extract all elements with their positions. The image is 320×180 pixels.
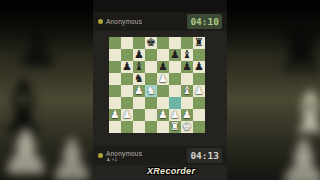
screen: { "game": "chess", "app": { "top_player"… [0,0,320,180]
square-f7[interactable]: ♟ [169,49,181,61]
letterbox-shade [0,0,93,180]
square-a2[interactable]: ♟ [109,109,121,121]
square-g3[interactable] [181,97,193,109]
white-pawn: ♟ [181,109,193,121]
square-d2[interactable] [145,109,157,121]
square-f5[interactable] [169,73,181,85]
square-h7[interactable] [193,49,205,61]
white-king: ♚ [181,121,193,133]
square-c8[interactable] [133,37,145,49]
opponent-clock: 04:10 [187,14,222,29]
blurred-video-letterbox-right: ♜♝♟ [227,0,320,180]
square-g1[interactable]: ♚ [181,121,193,133]
player-bar[interactable]: Anonymous ♟+1 04:13 [93,146,227,165]
player-clock: 04:13 [187,148,222,163]
player-status-dot [98,19,103,24]
pawn-icon: ♟ [106,157,110,162]
square-b5[interactable] [121,73,133,85]
black-pawn: ♟ [157,61,169,73]
square-e3[interactable] [157,97,169,109]
square-h1[interactable] [193,121,205,133]
white-pawn: ♟ [121,109,133,121]
square-h8[interactable]: ♜ [193,37,205,49]
black-pawn: ♟ [133,49,145,61]
top-black-band [93,0,227,12]
square-e2[interactable]: ♟ [157,109,169,121]
square-b7[interactable] [121,49,133,61]
square-b8[interactable] [121,37,133,49]
square-d7[interactable] [145,49,157,61]
square-h4[interactable]: ♟ [193,85,205,97]
square-b6[interactable]: ♟ [121,61,133,73]
square-h5[interactable] [193,73,205,85]
square-h3[interactable] [193,97,205,109]
square-f4[interactable] [169,85,181,97]
square-c6[interactable]: ♝ [133,61,145,73]
square-a4[interactable] [109,85,121,97]
square-a6[interactable] [109,61,121,73]
square-b4[interactable] [121,85,133,97]
square-f1[interactable]: ♜ [169,121,181,133]
square-a7[interactable] [109,49,121,61]
square-g5[interactable] [181,73,193,85]
chess-board[interactable]: ♚♜♟♟♝♟♝♟♟♟♞♟♟♞♝♟♟♟♟♟♟♜♚ [109,37,205,133]
square-f2[interactable]: ♟ [169,109,181,121]
white-pawn: ♟ [193,85,205,97]
letterbox-shade [227,0,320,180]
square-h6[interactable]: ♟ [193,61,205,73]
square-a3[interactable] [109,97,121,109]
square-e6[interactable]: ♟ [157,61,169,73]
square-c4[interactable]: ♟ [133,85,145,97]
player-status-dot [98,153,103,158]
white-pawn: ♟ [157,73,169,85]
square-b3[interactable] [121,97,133,109]
square-f3[interactable] [169,97,181,109]
square-e1[interactable] [157,121,169,133]
black-rook: ♜ [193,37,205,49]
square-e5[interactable]: ♟ [157,73,169,85]
square-g2[interactable]: ♟ [181,109,193,121]
black-bishop: ♝ [181,49,193,61]
square-d6[interactable] [145,61,157,73]
black-bishop: ♝ [133,61,145,73]
square-g7[interactable]: ♝ [181,49,193,61]
square-a8[interactable] [109,37,121,49]
square-c5[interactable]: ♞ [133,73,145,85]
white-pawn: ♟ [109,109,121,121]
white-pawn: ♟ [169,109,181,121]
square-d4[interactable]: ♞ [145,85,157,97]
square-g4[interactable]: ♝ [181,85,193,97]
square-c2[interactable] [133,109,145,121]
square-e4[interactable] [157,85,169,97]
white-bishop: ♝ [181,85,193,97]
square-c7[interactable]: ♟ [133,49,145,61]
white-rook: ♜ [169,121,181,133]
white-knight: ♞ [145,85,157,97]
white-pawn: ♟ [157,109,169,121]
material-advantage: ♟+1 [106,157,142,162]
square-c3[interactable] [133,97,145,109]
opponent-name: Anonymous [106,18,142,25]
square-b1[interactable] [121,121,133,133]
black-pawn: ♟ [121,61,133,73]
square-d3[interactable] [145,97,157,109]
square-c1[interactable] [133,121,145,133]
square-e7[interactable] [157,49,169,61]
black-pawn: ♟ [181,61,193,73]
square-e8[interactable] [157,37,169,49]
square-f8[interactable] [169,37,181,49]
square-f6[interactable] [169,61,181,73]
square-h2[interactable] [193,109,205,121]
square-d1[interactable] [145,121,157,133]
xrecorder-watermark: XRecorder [147,166,195,176]
chess-app-view: Anonymous 04:10 ♚♜♟♟♝♟♝♟♟♟♞♟♟♞♝♟♟♟♟♟♟♜♚ … [93,0,227,180]
square-g6[interactable]: ♟ [181,61,193,73]
square-g8[interactable] [181,37,193,49]
square-d8[interactable]: ♚ [145,37,157,49]
opponent-player-bar[interactable]: Anonymous 04:10 [93,12,227,31]
blurred-video-letterbox-left: ♟♝♟♟ [0,0,93,180]
square-d5[interactable] [145,73,157,85]
black-knight: ♞ [133,73,145,85]
white-pawn: ♟ [133,85,145,97]
square-a1[interactable] [109,121,121,133]
square-a5[interactable] [109,73,121,85]
black-pawn: ♟ [169,49,181,61]
black-pawn: ♟ [193,61,205,73]
black-king: ♚ [145,37,157,49]
square-b2[interactable]: ♟ [121,109,133,121]
